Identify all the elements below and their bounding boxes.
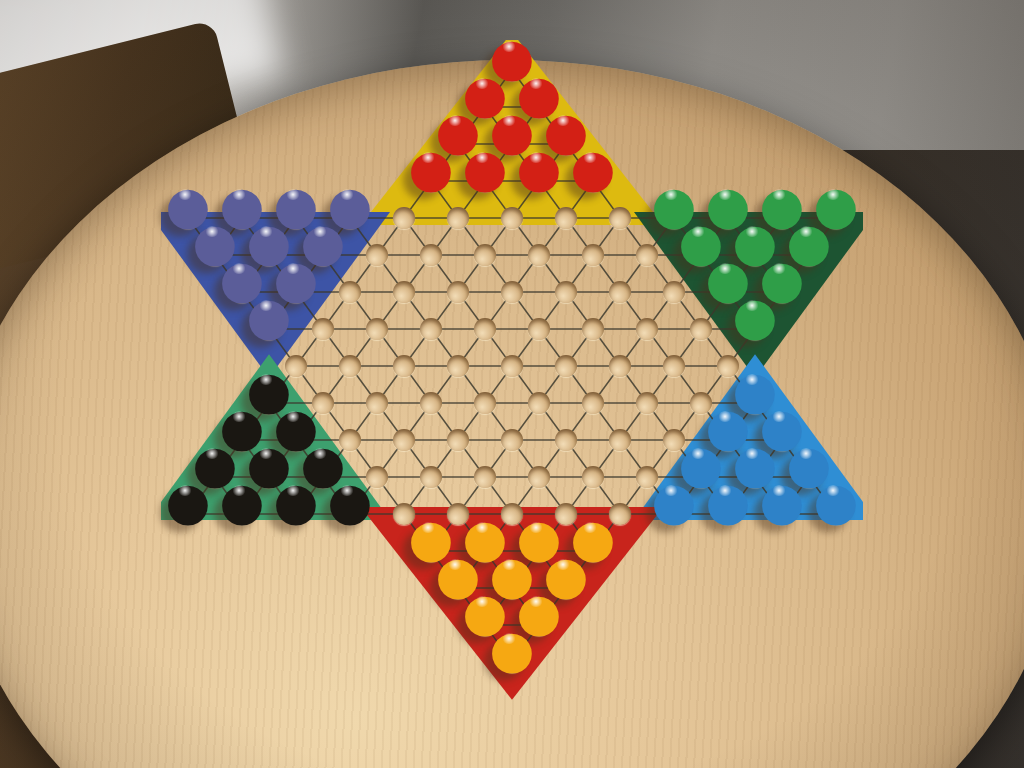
board-hole[interactable]	[393, 207, 415, 229]
board-hole[interactable]	[447, 281, 469, 303]
peg-highlight	[205, 448, 219, 459]
board-hole[interactable]	[528, 392, 550, 414]
peg-highlight	[502, 115, 516, 126]
peg-highlight	[340, 189, 354, 200]
peg-highlight	[178, 189, 192, 200]
scene: ●●●●●●●●●●●●●●●●●●●●●●●●●●●●●●●●●●●●●●●●…	[0, 0, 1024, 768]
peg-highlight	[556, 559, 570, 570]
peg-purple[interactable]: ●	[242, 289, 296, 343]
board-hole[interactable]	[420, 466, 442, 488]
peg-highlight	[259, 300, 273, 311]
peg-highlight	[718, 189, 732, 200]
chinese-checkers-board: ●●●●●●●●●●●●●●●●●●●●●●●●●●●●●●●●●●●●●●●●…	[161, 40, 863, 700]
peg-highlight	[745, 374, 759, 385]
peg-highlight	[529, 522, 543, 533]
peg-highlight	[286, 189, 300, 200]
peg-highlight	[313, 226, 327, 237]
board-hole[interactable]	[609, 207, 631, 229]
peg-black[interactable]: ●	[323, 474, 377, 528]
peg-highlight	[691, 226, 705, 237]
peg-highlight	[475, 596, 489, 607]
peg-highlight	[799, 448, 813, 459]
board-hole[interactable]	[366, 318, 388, 340]
board-hole[interactable]	[393, 429, 415, 451]
peg-highlight	[718, 485, 732, 496]
board-hole[interactable]	[582, 466, 604, 488]
peg-highlight	[664, 485, 678, 496]
peg-highlight	[178, 485, 192, 496]
peg-highlight	[232, 263, 246, 274]
peg-green[interactable]: ●	[728, 289, 782, 343]
board-hole[interactable]	[474, 466, 496, 488]
peg-highlight	[421, 522, 435, 533]
board-hole[interactable]	[474, 392, 496, 414]
peg-highlight	[772, 189, 786, 200]
peg-highlight	[583, 152, 597, 163]
board-hole[interactable]	[663, 355, 685, 377]
board-hole[interactable]	[474, 318, 496, 340]
board-hole[interactable]	[501, 355, 523, 377]
board-hole[interactable]	[447, 429, 469, 451]
peg-highlight	[475, 152, 489, 163]
peg-highlight	[232, 485, 246, 496]
peg-blue[interactable]: ●	[809, 474, 863, 528]
peg-highlight	[583, 522, 597, 533]
board-hole[interactable]	[393, 355, 415, 377]
board-hole[interactable]	[366, 244, 388, 266]
peg-red[interactable]: ●	[566, 141, 620, 195]
peg-highlight	[745, 300, 759, 311]
peg-highlight	[205, 226, 219, 237]
board-hole[interactable]	[636, 318, 658, 340]
peg-black[interactable]: ●	[215, 474, 269, 528]
peg-highlight	[475, 78, 489, 89]
board-hole[interactable]	[420, 244, 442, 266]
board-hole[interactable]	[474, 244, 496, 266]
peg-blue[interactable]: ●	[701, 474, 755, 528]
board-hole[interactable]	[528, 244, 550, 266]
board-hole[interactable]	[447, 355, 469, 377]
board-hole[interactable]	[339, 281, 361, 303]
board-hole[interactable]	[528, 318, 550, 340]
peg-highlight	[502, 559, 516, 570]
board-hole[interactable]	[609, 355, 631, 377]
peg-highlight	[745, 448, 759, 459]
peg-highlight	[286, 485, 300, 496]
board-hole[interactable]	[555, 429, 577, 451]
peg-highlight	[475, 522, 489, 533]
board-hole[interactable]	[690, 318, 712, 340]
board-hole[interactable]	[528, 466, 550, 488]
peg-highlight	[772, 263, 786, 274]
board-hole[interactable]	[663, 281, 685, 303]
peg-red[interactable]: ●	[458, 141, 512, 195]
peg-highlight	[799, 226, 813, 237]
peg-highlight	[340, 485, 354, 496]
board-hole[interactable]	[420, 392, 442, 414]
board-hole[interactable]	[582, 318, 604, 340]
board-hole[interactable]	[312, 318, 334, 340]
peg-blue[interactable]: ●	[647, 474, 701, 528]
peg-red[interactable]: ●	[512, 141, 566, 195]
peg-highlight	[529, 152, 543, 163]
peg-highlight	[502, 41, 516, 52]
board-hole[interactable]	[555, 355, 577, 377]
peg-blue[interactable]: ●	[755, 474, 809, 528]
peg-highlight	[286, 411, 300, 422]
peg-highlight	[448, 115, 462, 126]
board-hole[interactable]	[339, 355, 361, 377]
peg-highlight	[421, 152, 435, 163]
board-hole[interactable]	[636, 244, 658, 266]
peg-highlight	[664, 189, 678, 200]
board-hole[interactable]	[609, 281, 631, 303]
peg-highlight	[745, 226, 759, 237]
peg-black[interactable]: ●	[161, 474, 215, 528]
peg-highlight	[826, 189, 840, 200]
board-hole[interactable]	[366, 392, 388, 414]
peg-highlight	[313, 448, 327, 459]
peg-highlight	[529, 596, 543, 607]
board-hole[interactable]	[393, 281, 415, 303]
board-hole[interactable]	[420, 318, 442, 340]
peg-red[interactable]: ●	[404, 141, 458, 195]
peg-highlight	[286, 263, 300, 274]
board-hole[interactable]	[609, 429, 631, 451]
board-hole[interactable]	[447, 207, 469, 229]
peg-highlight	[772, 411, 786, 422]
board-hole[interactable]	[501, 207, 523, 229]
peg-highlight	[448, 559, 462, 570]
peg-highlight	[772, 485, 786, 496]
peg-highlight	[718, 411, 732, 422]
board-hole[interactable]	[501, 429, 523, 451]
peg-highlight	[259, 226, 273, 237]
board-hole[interactable]	[636, 392, 658, 414]
board-hole[interactable]	[582, 392, 604, 414]
peg-black[interactable]: ●	[269, 474, 323, 528]
peg-highlight	[259, 448, 273, 459]
board-hole[interactable]	[555, 281, 577, 303]
peg-highlight	[718, 263, 732, 274]
peg-highlight	[691, 448, 705, 459]
board-hole[interactable]	[501, 281, 523, 303]
peg-highlight	[502, 633, 516, 644]
peg-highlight	[232, 411, 246, 422]
peg-highlight	[826, 485, 840, 496]
peg-highlight	[259, 374, 273, 385]
board-hole[interactable]	[555, 207, 577, 229]
board-hole[interactable]	[582, 244, 604, 266]
peg-highlight	[529, 78, 543, 89]
peg-highlight	[232, 189, 246, 200]
peg-highlight	[556, 115, 570, 126]
peg-yellow[interactable]: ●	[485, 622, 539, 676]
